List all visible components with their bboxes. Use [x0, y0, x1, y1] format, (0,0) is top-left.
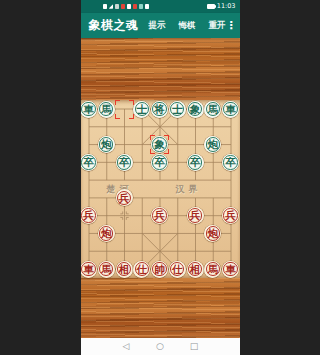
piece-black-chariot[interactable]: 車 — [81, 101, 98, 118]
piece-red-advisor[interactable]: 仕 — [133, 261, 150, 278]
notification-icon — [127, 4, 132, 9]
piece-glyph: 炮 — [101, 139, 112, 150]
hint-button[interactable]: 提示 — [149, 20, 166, 32]
piece-glyph: 仕 — [137, 264, 148, 275]
xiangqi-board[interactable]: 楚河 汉界 車馬士将士象馬車炮象炮卒卒卒卒卒兵兵兵兵兵炮炮車馬相仕帥仕相馬車 — [81, 100, 240, 278]
piece-red-chariot[interactable]: 車 — [222, 261, 239, 278]
piece-glyph: 象 — [154, 139, 165, 150]
piece-black-soldier[interactable]: 卒 — [151, 154, 168, 171]
piece-black-chariot[interactable]: 車 — [222, 101, 239, 118]
piece-black-soldier[interactable]: 卒 — [187, 154, 204, 171]
piece-glyph: 卒 — [83, 157, 94, 168]
piece-red-advisor[interactable]: 仕 — [169, 261, 186, 278]
piece-glyph: 兵 — [190, 211, 201, 222]
piece-glyph: 馬 — [101, 264, 112, 275]
piece-glyph: 馬 — [101, 104, 112, 115]
piece-glyph: 卒 — [190, 157, 201, 168]
piece-red-horse[interactable]: 馬 — [204, 261, 221, 278]
undo-button[interactable]: 悔棋 — [179, 20, 196, 32]
navigation-bar: ◁○□ — [81, 338, 240, 355]
status-bar-icons — [103, 0, 150, 13]
piece-glyph: 兵 — [83, 211, 94, 222]
piece-glyph: 卒 — [225, 157, 236, 168]
piece-black-elephant[interactable]: 象 — [187, 101, 204, 118]
piece-glyph: 炮 — [101, 228, 112, 239]
notification-icon — [133, 4, 138, 9]
piece-red-soldier[interactable]: 兵 — [187, 207, 204, 224]
piece-glyph: 車 — [225, 104, 236, 115]
overflow-menu-button[interactable]: ⋮ — [226, 13, 234, 38]
wood-background-bottom — [81, 278, 240, 338]
piece-black-horse[interactable]: 馬 — [204, 101, 221, 118]
nav-back-button[interactable]: ◁ — [121, 338, 132, 355]
phone-screen: 11:03 象棋之魂 提示悔棋重开 ⋮ 楚河 汉界 車馬士将士象馬車炮象炮卒卒卒… — [81, 0, 240, 355]
piece-red-elephant[interactable]: 相 — [116, 261, 133, 278]
battery-icon — [207, 4, 215, 9]
piece-glyph: 炮 — [208, 228, 219, 239]
piece-glyph: 炮 — [208, 139, 219, 150]
nav-recents-button[interactable]: □ — [189, 338, 200, 355]
wood-background-top — [81, 38, 240, 100]
piece-glyph: 相 — [119, 264, 130, 275]
piece-glyph: 兵 — [119, 193, 130, 204]
piece-red-cannon[interactable]: 炮 — [98, 225, 115, 242]
piece-glyph: 兵 — [225, 211, 236, 222]
piece-red-soldier[interactable]: 兵 — [116, 189, 133, 206]
piece-glyph: 将 — [154, 104, 165, 115]
app-bar: 象棋之魂 提示悔棋重开 ⋮ — [81, 13, 240, 38]
app-title: 象棋之魂 — [89, 17, 139, 34]
piece-glyph: 仕 — [172, 264, 183, 275]
nav-home-button[interactable]: ○ — [155, 338, 166, 355]
piece-glyph: 卒 — [119, 157, 130, 168]
piece-glyph: 車 — [83, 264, 94, 275]
piece-glyph: 兵 — [154, 211, 165, 222]
piece-glyph: 車 — [83, 104, 94, 115]
piece-glyph: 馬 — [208, 104, 219, 115]
piece-glyph: 士 — [137, 104, 148, 115]
piece-black-elephant[interactable]: 象 — [151, 136, 168, 153]
piece-black-advisor[interactable]: 士 — [169, 101, 186, 118]
app-bar-actions: 提示悔棋重开 — [149, 20, 226, 32]
piece-glyph: 馬 — [208, 264, 219, 275]
piece-black-horse[interactable]: 馬 — [98, 101, 115, 118]
notification-icon — [145, 4, 150, 9]
piece-black-soldier[interactable]: 卒 — [116, 154, 133, 171]
piece-black-advisor[interactable]: 士 — [133, 101, 150, 118]
status-bar: 11:03 — [81, 0, 240, 13]
piece-black-soldier[interactable]: 卒 — [81, 154, 98, 171]
piece-glyph: 車 — [225, 264, 236, 275]
signal-strength-icon — [109, 4, 114, 9]
piece-red-horse[interactable]: 馬 — [98, 261, 115, 278]
piece-glyph: 相 — [190, 264, 201, 275]
piece-glyph: 帥 — [154, 264, 165, 275]
piece-glyph: 卒 — [154, 157, 165, 168]
piece-glyph: 士 — [172, 104, 183, 115]
notification-icon — [139, 4, 144, 9]
board-grid — [81, 100, 240, 278]
notification-icon — [115, 4, 120, 9]
piece-glyph: 象 — [190, 104, 201, 115]
status-bar-clock: 11:03 — [217, 0, 236, 13]
piece-red-chariot[interactable]: 車 — [81, 261, 98, 278]
piece-black-soldier[interactable]: 卒 — [222, 154, 239, 171]
river-label-han: 汉界 — [176, 183, 202, 196]
notification-icon — [121, 4, 126, 9]
piece-black-general[interactable]: 将 — [151, 101, 168, 118]
piece-red-general[interactable]: 帥 — [151, 261, 168, 278]
piece-red-elephant[interactable]: 相 — [187, 261, 204, 278]
restart-button[interactable]: 重开 — [209, 20, 226, 32]
piece-black-cannon[interactable]: 炮 — [98, 136, 115, 153]
notification-icon — [103, 4, 108, 9]
